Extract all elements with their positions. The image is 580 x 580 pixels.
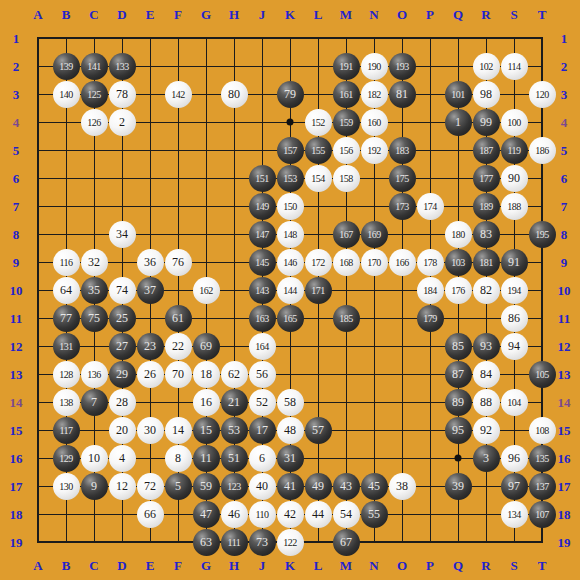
stone: 94 <box>501 333 528 360</box>
stone: 35 <box>81 277 108 304</box>
stone: 76 <box>165 249 192 276</box>
stone: 64 <box>53 277 80 304</box>
stone: 91 <box>501 249 528 276</box>
stone: 55 <box>361 501 388 528</box>
stone: 139 <box>53 53 80 80</box>
stone: 57 <box>305 417 332 444</box>
stone: 175 <box>389 165 416 192</box>
stone: 164 <box>249 333 276 360</box>
stone: 95 <box>445 417 472 444</box>
stone: 156 <box>333 137 360 164</box>
stone: 30 <box>137 417 164 444</box>
stone: 67 <box>333 529 360 556</box>
stone: 97 <box>501 473 528 500</box>
stone: 105 <box>529 361 556 388</box>
stone: 8 <box>165 445 192 472</box>
stone: 3 <box>473 445 500 472</box>
stone: 125 <box>81 81 108 108</box>
stone: 31 <box>277 445 304 472</box>
stone: 1 <box>445 109 472 136</box>
stones-layer: 1234567891011121415161718202122232526272… <box>0 0 580 580</box>
stone: 144 <box>277 277 304 304</box>
stone: 44 <box>305 501 332 528</box>
stone: 145 <box>249 249 276 276</box>
stone: 178 <box>417 249 444 276</box>
stone: 90 <box>501 165 528 192</box>
stone: 66 <box>137 501 164 528</box>
stone: 186 <box>529 137 556 164</box>
stone: 75 <box>81 305 108 332</box>
stone: 49 <box>305 473 332 500</box>
stone: 2 <box>109 109 136 136</box>
stone: 155 <box>305 137 332 164</box>
stone: 148 <box>277 221 304 248</box>
stone: 147 <box>249 221 276 248</box>
stone: 180 <box>445 221 472 248</box>
stone: 176 <box>445 277 472 304</box>
stone: 192 <box>361 137 388 164</box>
stone: 134 <box>501 501 528 528</box>
stone: 74 <box>109 277 136 304</box>
stone: 101 <box>445 81 472 108</box>
stone: 51 <box>221 445 248 472</box>
stone: 173 <box>389 193 416 220</box>
stone: 103 <box>445 249 472 276</box>
stone: 165 <box>277 305 304 332</box>
stone: 174 <box>417 193 444 220</box>
stone: 195 <box>529 221 556 248</box>
stone: 32 <box>81 249 108 276</box>
stone: 182 <box>361 81 388 108</box>
stone: 135 <box>529 445 556 472</box>
stone: 11 <box>193 445 220 472</box>
stone: 58 <box>277 389 304 416</box>
stone: 42 <box>277 501 304 528</box>
stone: 63 <box>193 529 220 556</box>
stone: 107 <box>529 501 556 528</box>
stone: 18 <box>193 361 220 388</box>
stone: 7 <box>81 389 108 416</box>
stone: 136 <box>81 361 108 388</box>
stone: 143 <box>249 277 276 304</box>
stone: 151 <box>249 165 276 192</box>
stone: 138 <box>53 389 80 416</box>
stone: 169 <box>361 221 388 248</box>
stone: 183 <box>389 137 416 164</box>
stone: 111 <box>221 529 248 556</box>
stone: 162 <box>193 277 220 304</box>
stone: 73 <box>249 529 276 556</box>
stone: 104 <box>501 389 528 416</box>
stone: 117 <box>53 417 80 444</box>
stone: 93 <box>473 333 500 360</box>
stone: 129 <box>53 445 80 472</box>
stone: 128 <box>53 361 80 388</box>
stone: 47 <box>193 501 220 528</box>
stone: 29 <box>109 361 136 388</box>
stone: 140 <box>53 81 80 108</box>
stone: 86 <box>501 305 528 332</box>
stone: 17 <box>249 417 276 444</box>
stone: 22 <box>165 333 192 360</box>
stone: 21 <box>221 389 248 416</box>
stone: 188 <box>501 193 528 220</box>
stone: 36 <box>137 249 164 276</box>
stone: 168 <box>333 249 360 276</box>
stone: 131 <box>53 333 80 360</box>
stone: 54 <box>333 501 360 528</box>
stone: 27 <box>109 333 136 360</box>
stone: 83 <box>473 221 500 248</box>
stone: 92 <box>473 417 500 444</box>
stone: 154 <box>305 165 332 192</box>
stone: 193 <box>389 53 416 80</box>
stone: 161 <box>333 81 360 108</box>
stone: 167 <box>333 221 360 248</box>
stone: 152 <box>305 109 332 136</box>
stone: 52 <box>249 389 276 416</box>
stone: 10 <box>81 445 108 472</box>
stone: 142 <box>165 81 192 108</box>
stone: 100 <box>501 109 528 136</box>
stone: 26 <box>137 361 164 388</box>
stone: 160 <box>361 109 388 136</box>
stone: 171 <box>305 277 332 304</box>
go-board: AABBCCDDEEFFGGHHJJKKLLMMNNOOPPQQRRSSTT11… <box>0 0 580 580</box>
stone: 96 <box>501 445 528 472</box>
stone: 80 <box>221 81 248 108</box>
stone: 84 <box>473 361 500 388</box>
stone: 20 <box>109 417 136 444</box>
stone: 126 <box>81 109 108 136</box>
stone: 23 <box>137 333 164 360</box>
stone: 79 <box>277 81 304 108</box>
stone: 70 <box>165 361 192 388</box>
stone: 98 <box>473 81 500 108</box>
stone: 119 <box>501 137 528 164</box>
stone: 191 <box>333 53 360 80</box>
stone: 72 <box>137 473 164 500</box>
stone: 184 <box>417 277 444 304</box>
stone: 34 <box>109 221 136 248</box>
stone: 61 <box>165 305 192 332</box>
stone: 179 <box>417 305 444 332</box>
stone: 82 <box>473 277 500 304</box>
stone: 102 <box>473 53 500 80</box>
stone: 45 <box>361 473 388 500</box>
stone: 123 <box>221 473 248 500</box>
stone: 116 <box>53 249 80 276</box>
stone: 190 <box>361 53 388 80</box>
stone: 78 <box>109 81 136 108</box>
stone: 157 <box>277 137 304 164</box>
stone: 16 <box>193 389 220 416</box>
stone: 108 <box>529 417 556 444</box>
stone: 77 <box>53 305 80 332</box>
stone: 122 <box>277 529 304 556</box>
stone: 46 <box>221 501 248 528</box>
stone: 43 <box>333 473 360 500</box>
stone: 41 <box>277 473 304 500</box>
stone: 172 <box>305 249 332 276</box>
stone: 110 <box>249 501 276 528</box>
stone: 15 <box>193 417 220 444</box>
stone: 150 <box>277 193 304 220</box>
stone: 81 <box>389 81 416 108</box>
stone: 6 <box>249 445 276 472</box>
stone: 141 <box>81 53 108 80</box>
stone: 194 <box>501 277 528 304</box>
stone: 25 <box>109 305 136 332</box>
stone: 120 <box>529 81 556 108</box>
stone: 39 <box>445 473 472 500</box>
stone: 158 <box>333 165 360 192</box>
stone: 40 <box>249 473 276 500</box>
stone: 114 <box>501 53 528 80</box>
stone: 153 <box>277 165 304 192</box>
stone: 170 <box>361 249 388 276</box>
stone: 187 <box>473 137 500 164</box>
stone: 69 <box>193 333 220 360</box>
stone: 166 <box>389 249 416 276</box>
stone: 62 <box>221 361 248 388</box>
stone: 99 <box>473 109 500 136</box>
stone: 146 <box>277 249 304 276</box>
stone: 85 <box>445 333 472 360</box>
stone: 163 <box>249 305 276 332</box>
stone: 130 <box>53 473 80 500</box>
stone: 133 <box>109 53 136 80</box>
stone: 88 <box>473 389 500 416</box>
stone: 9 <box>81 473 108 500</box>
stone: 38 <box>389 473 416 500</box>
stone: 159 <box>333 109 360 136</box>
stone: 137 <box>529 473 556 500</box>
stone: 53 <box>221 417 248 444</box>
stone: 48 <box>277 417 304 444</box>
stone: 181 <box>473 249 500 276</box>
stone: 12 <box>109 473 136 500</box>
stone: 87 <box>445 361 472 388</box>
stone: 14 <box>165 417 192 444</box>
stone: 37 <box>137 277 164 304</box>
stone: 28 <box>109 389 136 416</box>
stone: 5 <box>165 473 192 500</box>
stone: 185 <box>333 305 360 332</box>
stone: 59 <box>193 473 220 500</box>
stone: 177 <box>473 165 500 192</box>
stone: 189 <box>473 193 500 220</box>
stone: 149 <box>249 193 276 220</box>
stone: 89 <box>445 389 472 416</box>
stone: 4 <box>109 445 136 472</box>
stone: 56 <box>249 361 276 388</box>
